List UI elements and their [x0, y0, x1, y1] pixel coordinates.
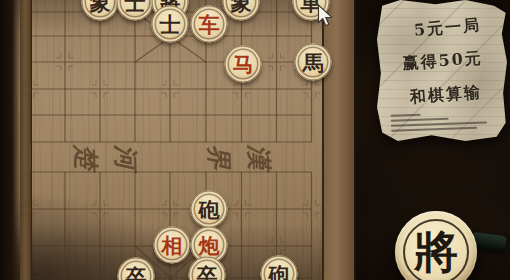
river-calligraphy-0: 楚 — [71, 143, 101, 174]
piece-red-horse-g2[interactable]: 马 — [225, 46, 262, 83]
piece-glyph: 士 — [125, 0, 146, 13]
river-calligraphy-2: 界 — [204, 144, 234, 172]
piece-black-cannon-f6[interactable]: 砲 — [191, 191, 228, 228]
piece-glyph: 卒 — [126, 266, 147, 280]
mouse-cursor — [317, 4, 334, 29]
piece-glyph: 馬 — [303, 52, 324, 73]
jiang-check-button[interactable]: 將 — [395, 211, 477, 280]
notice-line-rule: 和棋算输 — [383, 83, 508, 108]
piece-glyph: 炮 — [199, 235, 220, 256]
piece-glyph: 象 — [231, 0, 252, 13]
piece-black-horse-i2[interactable]: 馬 — [295, 44, 332, 81]
piece-glyph: 象 — [90, 0, 111, 13]
piece-glyph: 相 — [162, 235, 183, 256]
piece-glyph: 士 — [160, 14, 181, 35]
piece-red-elephant-e7[interactable]: 相 — [154, 227, 191, 264]
piece-glyph: 车 — [199, 14, 220, 35]
piece-glyph: 马 — [233, 54, 254, 75]
bet-notice-paper: 5元一局 赢得50元 和棋算输 — [377, 0, 507, 141]
piece-black-advisor-e1[interactable]: 士 — [152, 6, 189, 43]
river-calligraphy-3: 漢 — [244, 143, 274, 174]
river-calligraphy-1: 河 — [111, 143, 141, 175]
jiang-check-label: 將 — [414, 230, 458, 274]
game-screen: 楚河界漢 象士將象車士车马馬砲相炮卒卒砲 5元一局 赢得50元 和棋算输 將 — [0, 0, 510, 280]
piece-glyph: 砲 — [199, 199, 220, 220]
notice-line-reward: 赢得50元 — [378, 49, 507, 74]
piece-red-chariot-f1[interactable]: 车 — [191, 6, 228, 43]
piece-glyph: 砲 — [269, 264, 290, 280]
fine-print — [391, 111, 510, 132]
xiangqi-board[interactable]: 楚河界漢 象士將象車士车马馬砲相炮卒卒砲 — [0, 0, 352, 280]
notice-line-price: 5元一局 — [389, 15, 506, 41]
paper-sheet: 5元一局 赢得50元 和棋算输 — [377, 0, 507, 141]
piece-glyph: 卒 — [197, 265, 218, 280]
